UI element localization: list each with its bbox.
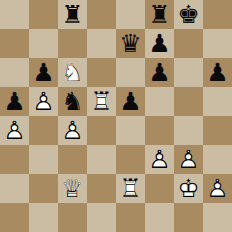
square-e1[interactable]	[116, 203, 145, 232]
white-piece-outline: ♙	[58, 116, 87, 145]
piece-white-pawn[interactable]: ♟♙	[0, 116, 29, 145]
square-d4[interactable]	[87, 116, 116, 145]
square-d1[interactable]	[87, 203, 116, 232]
white-piece-outline: ♙	[0, 116, 29, 145]
square-h3[interactable]	[203, 145, 232, 174]
white-piece-outline: ♙	[29, 87, 58, 116]
square-g3[interactable]: ♟♙	[174, 145, 203, 174]
chess-board: ♜♜♚♛♟♟♞♘♟♟♟♟♙♞♜♖♟♟♙♟♙♟♙♟♙♛♕♜♖♚♔♟♙	[0, 0, 232, 232]
piece-white-knight[interactable]: ♞♘	[58, 58, 87, 87]
square-e6[interactable]	[116, 58, 145, 87]
piece-white-pawn[interactable]: ♟♙	[203, 174, 232, 203]
square-c1[interactable]	[58, 203, 87, 232]
square-d5[interactable]: ♜♖	[87, 87, 116, 116]
square-g8[interactable]: ♚	[174, 0, 203, 29]
piece-white-queen[interactable]: ♛♕	[58, 174, 87, 203]
square-c2[interactable]: ♛♕	[58, 174, 87, 203]
square-h2[interactable]: ♟♙	[203, 174, 232, 203]
piece-white-pawn[interactable]: ♟♙	[145, 145, 174, 174]
square-b3[interactable]	[29, 145, 58, 174]
square-g2[interactable]: ♚♔	[174, 174, 203, 203]
square-d8[interactable]	[87, 0, 116, 29]
square-c4[interactable]: ♟♙	[58, 116, 87, 145]
square-c8[interactable]: ♜	[58, 0, 87, 29]
piece-white-rook[interactable]: ♜♖	[116, 174, 145, 203]
square-a7[interactable]	[0, 29, 29, 58]
square-b2[interactable]	[29, 174, 58, 203]
square-a1[interactable]	[0, 203, 29, 232]
square-c7[interactable]	[58, 29, 87, 58]
square-h5[interactable]	[203, 87, 232, 116]
square-e7[interactable]: ♛	[116, 29, 145, 58]
white-piece-outline: ♖	[116, 174, 145, 203]
piece-black-pawn[interactable]: ♟	[145, 58, 174, 87]
square-e5[interactable]: ♟	[116, 87, 145, 116]
piece-white-rook[interactable]: ♜♖	[87, 87, 116, 116]
square-b5[interactable]: ♟♙	[29, 87, 58, 116]
square-h7[interactable]	[203, 29, 232, 58]
square-a3[interactable]	[0, 145, 29, 174]
square-e3[interactable]	[116, 145, 145, 174]
piece-white-pawn[interactable]: ♟♙	[58, 116, 87, 145]
square-b6[interactable]: ♟	[29, 58, 58, 87]
square-a4[interactable]: ♟♙	[0, 116, 29, 145]
square-b4[interactable]	[29, 116, 58, 145]
piece-white-pawn[interactable]: ♟♙	[29, 87, 58, 116]
square-f3[interactable]: ♟♙	[145, 145, 174, 174]
square-f7[interactable]: ♟	[145, 29, 174, 58]
piece-black-pawn[interactable]: ♟	[0, 87, 29, 116]
piece-white-king[interactable]: ♚♔	[174, 174, 203, 203]
square-g5[interactable]	[174, 87, 203, 116]
piece-white-pawn[interactable]: ♟♙	[174, 145, 203, 174]
piece-black-pawn[interactable]: ♟	[145, 29, 174, 58]
square-d3[interactable]	[87, 145, 116, 174]
square-e4[interactable]	[116, 116, 145, 145]
square-b8[interactable]	[29, 0, 58, 29]
square-f4[interactable]	[145, 116, 174, 145]
square-c3[interactable]	[58, 145, 87, 174]
square-f5[interactable]	[145, 87, 174, 116]
square-g4[interactable]	[174, 116, 203, 145]
white-piece-outline: ♕	[58, 174, 87, 203]
piece-black-pawn[interactable]: ♟	[29, 58, 58, 87]
square-f8[interactable]: ♜	[145, 0, 174, 29]
piece-black-knight[interactable]: ♞	[58, 87, 87, 116]
piece-black-rook[interactable]: ♜	[145, 0, 174, 29]
square-c5[interactable]: ♞	[58, 87, 87, 116]
square-e8[interactable]	[116, 0, 145, 29]
piece-black-king[interactable]: ♚	[174, 0, 203, 29]
square-e2[interactable]: ♜♖	[116, 174, 145, 203]
piece-black-pawn[interactable]: ♟	[203, 58, 232, 87]
square-d6[interactable]	[87, 58, 116, 87]
square-c6[interactable]: ♞♘	[58, 58, 87, 87]
piece-black-queen[interactable]: ♛	[116, 29, 145, 58]
white-piece-outline: ♙	[203, 174, 232, 203]
white-piece-outline: ♘	[58, 58, 87, 87]
square-a6[interactable]	[0, 58, 29, 87]
square-h6[interactable]: ♟	[203, 58, 232, 87]
white-piece-outline: ♔	[174, 174, 203, 203]
square-b7[interactable]	[29, 29, 58, 58]
white-piece-outline: ♙	[174, 145, 203, 174]
white-piece-outline: ♙	[145, 145, 174, 174]
square-a2[interactable]	[0, 174, 29, 203]
square-d7[interactable]	[87, 29, 116, 58]
square-h1[interactable]	[203, 203, 232, 232]
white-piece-outline: ♖	[87, 87, 116, 116]
square-b1[interactable]	[29, 203, 58, 232]
square-f1[interactable]	[145, 203, 174, 232]
square-a5[interactable]: ♟	[0, 87, 29, 116]
square-h4[interactable]	[203, 116, 232, 145]
piece-black-pawn[interactable]: ♟	[116, 87, 145, 116]
square-h8[interactable]	[203, 0, 232, 29]
square-g6[interactable]	[174, 58, 203, 87]
square-f6[interactable]: ♟	[145, 58, 174, 87]
square-g1[interactable]	[174, 203, 203, 232]
square-g7[interactable]	[174, 29, 203, 58]
square-f2[interactable]	[145, 174, 174, 203]
piece-black-rook[interactable]: ♜	[58, 0, 87, 29]
square-a8[interactable]	[0, 0, 29, 29]
square-d2[interactable]	[87, 174, 116, 203]
